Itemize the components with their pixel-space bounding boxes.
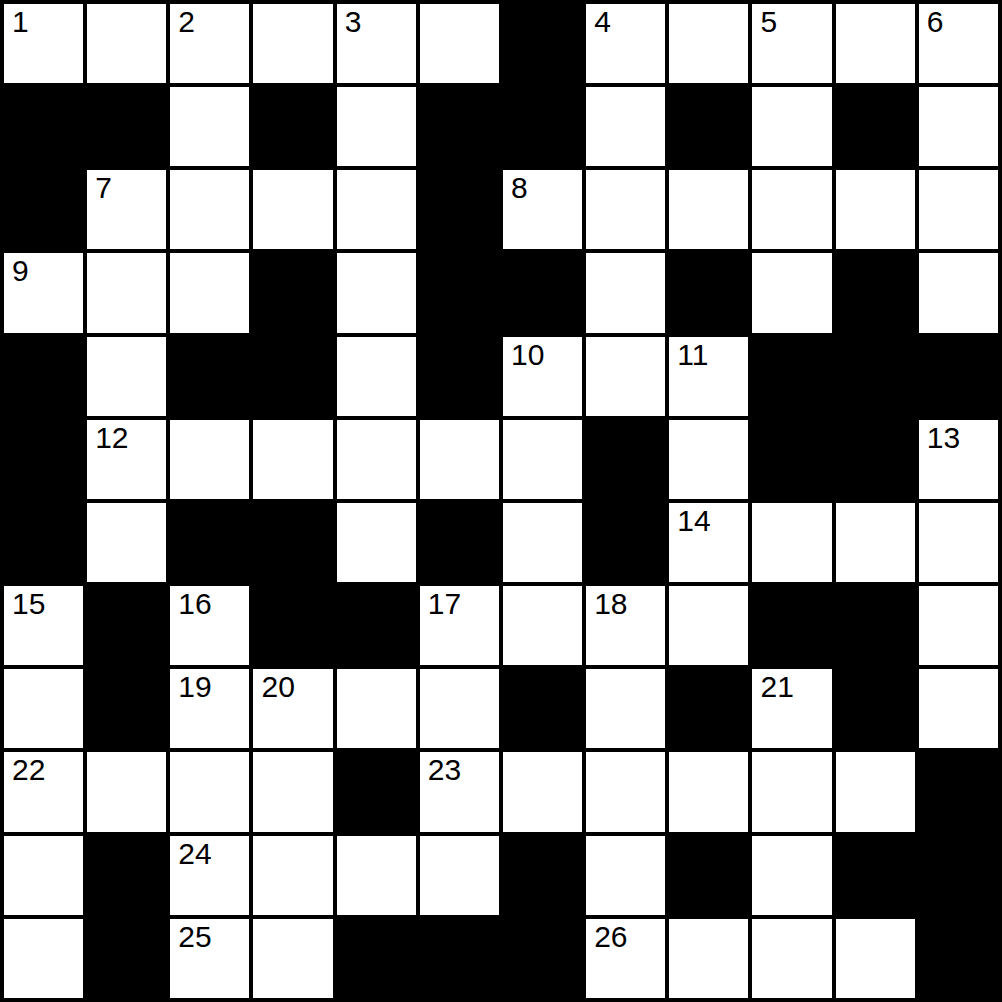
black-cell <box>420 503 499 582</box>
clue-number: 9 <box>12 256 29 286</box>
clue-number: 4 <box>594 7 611 37</box>
white-cell[interactable] <box>420 4 499 83</box>
white-cell[interactable]: 9 <box>4 253 83 332</box>
white-cell[interactable] <box>87 337 166 416</box>
white-cell[interactable] <box>4 669 83 748</box>
white-cell[interactable] <box>503 420 582 499</box>
white-cell[interactable]: 18 <box>586 586 665 665</box>
clue-number: 23 <box>428 755 461 785</box>
black-cell <box>420 253 499 332</box>
white-cell[interactable]: 2 <box>170 4 249 83</box>
white-cell[interactable] <box>170 170 249 249</box>
clue-number: 3 <box>345 7 362 37</box>
white-cell[interactable] <box>337 87 416 166</box>
white-cell[interactable]: 10 <box>503 337 582 416</box>
clue-number: 21 <box>760 672 793 702</box>
white-cell[interactable] <box>87 4 166 83</box>
white-cell[interactable] <box>669 4 748 83</box>
black-cell <box>337 919 416 998</box>
white-cell[interactable] <box>337 253 416 332</box>
white-cell[interactable] <box>4 919 83 998</box>
white-cell[interactable] <box>420 669 499 748</box>
clue-number: 5 <box>760 7 777 37</box>
white-cell[interactable] <box>669 170 748 249</box>
clue-number: 19 <box>178 672 211 702</box>
white-cell[interactable] <box>253 836 332 915</box>
black-cell <box>669 253 748 332</box>
white-cell[interactable] <box>503 586 582 665</box>
black-cell <box>919 919 998 998</box>
white-cell[interactable]: 11 <box>669 337 748 416</box>
clue-number: 15 <box>12 589 45 619</box>
black-cell <box>87 669 166 748</box>
black-cell <box>253 253 332 332</box>
white-cell[interactable] <box>337 420 416 499</box>
white-cell[interactable]: 14 <box>669 503 748 582</box>
white-cell[interactable]: 24 <box>170 836 249 915</box>
white-cell[interactable] <box>752 503 831 582</box>
clue-number: 20 <box>261 672 294 702</box>
white-cell[interactable] <box>669 420 748 499</box>
white-cell[interactable] <box>836 503 915 582</box>
clue-number: 11 <box>677 340 708 370</box>
white-cell[interactable] <box>919 503 998 582</box>
white-cell[interactable] <box>503 503 582 582</box>
white-cell[interactable] <box>919 253 998 332</box>
black-cell <box>253 87 332 166</box>
white-cell[interactable]: 15 <box>4 586 83 665</box>
clue-number: 26 <box>594 922 627 952</box>
white-cell[interactable] <box>752 170 831 249</box>
black-cell <box>87 87 166 166</box>
white-cell[interactable] <box>170 752 249 831</box>
white-cell[interactable] <box>752 752 831 831</box>
white-cell[interactable] <box>586 669 665 748</box>
white-cell[interactable]: 5 <box>752 4 831 83</box>
black-cell <box>836 253 915 332</box>
white-cell[interactable] <box>420 836 499 915</box>
white-cell[interactable] <box>87 503 166 582</box>
white-cell[interactable] <box>337 337 416 416</box>
white-cell[interactable] <box>586 253 665 332</box>
white-cell[interactable] <box>87 752 166 831</box>
clue-number: 14 <box>677 506 710 536</box>
black-cell <box>669 836 748 915</box>
white-cell[interactable]: 13 <box>919 420 998 499</box>
white-cell[interactable] <box>752 87 831 166</box>
clue-number: 7 <box>95 173 112 203</box>
white-cell[interactable] <box>919 586 998 665</box>
black-cell <box>420 919 499 998</box>
clue-number: 6 <box>927 7 944 37</box>
clue-number: 2 <box>178 7 195 37</box>
black-cell <box>836 586 915 665</box>
black-cell <box>253 337 332 416</box>
black-cell <box>836 420 915 499</box>
white-cell[interactable] <box>752 253 831 332</box>
white-cell[interactable] <box>919 87 998 166</box>
white-cell[interactable]: 20 <box>253 669 332 748</box>
white-cell[interactable]: 22 <box>4 752 83 831</box>
black-cell <box>919 752 998 831</box>
white-cell[interactable] <box>586 337 665 416</box>
black-cell <box>836 836 915 915</box>
black-cell <box>337 752 416 831</box>
black-cell <box>836 337 915 416</box>
white-cell[interactable] <box>253 919 332 998</box>
clue-number: 25 <box>178 922 211 952</box>
black-cell <box>420 170 499 249</box>
black-cell <box>4 503 83 582</box>
black-cell <box>4 170 83 249</box>
white-cell[interactable] <box>337 503 416 582</box>
white-cell[interactable] <box>253 4 332 83</box>
clue-number: 12 <box>95 423 128 453</box>
white-cell[interactable]: 4 <box>586 4 665 83</box>
white-cell[interactable] <box>669 586 748 665</box>
white-cell[interactable] <box>170 420 249 499</box>
white-cell[interactable] <box>253 752 332 831</box>
black-cell <box>752 586 831 665</box>
white-cell[interactable] <box>919 170 998 249</box>
clue-number: 24 <box>178 839 211 869</box>
white-cell[interactable] <box>836 752 915 831</box>
white-cell[interactable]: 16 <box>170 586 249 665</box>
black-cell <box>87 919 166 998</box>
white-cell[interactable] <box>337 170 416 249</box>
white-cell[interactable] <box>170 253 249 332</box>
white-cell[interactable] <box>253 170 332 249</box>
white-cell[interactable] <box>87 253 166 332</box>
clue-number: 1 <box>12 7 29 37</box>
white-cell[interactable]: 26 <box>586 919 665 998</box>
black-cell <box>253 586 332 665</box>
crossword-grid: 1234567891011121314151617181920212223242… <box>0 0 1002 1002</box>
white-cell[interactable]: 17 <box>420 586 499 665</box>
white-cell[interactable] <box>586 836 665 915</box>
white-cell[interactable]: 25 <box>170 919 249 998</box>
white-cell[interactable] <box>253 420 332 499</box>
white-cell[interactable] <box>752 836 831 915</box>
black-cell <box>836 87 915 166</box>
black-cell <box>503 87 582 166</box>
white-cell[interactable] <box>503 752 582 831</box>
black-cell <box>503 253 582 332</box>
black-cell <box>4 420 83 499</box>
black-cell <box>919 836 998 915</box>
clue-number: 22 <box>12 755 45 785</box>
black-cell <box>752 337 831 416</box>
black-cell <box>503 919 582 998</box>
white-cell[interactable] <box>669 919 748 998</box>
white-cell[interactable] <box>337 836 416 915</box>
black-cell <box>87 586 166 665</box>
white-cell[interactable]: 23 <box>420 752 499 831</box>
white-cell[interactable] <box>836 4 915 83</box>
black-cell <box>669 87 748 166</box>
black-cell <box>170 503 249 582</box>
white-cell[interactable] <box>4 836 83 915</box>
clue-number: 8 <box>511 173 528 203</box>
black-cell <box>4 337 83 416</box>
white-cell[interactable]: 7 <box>87 170 166 249</box>
white-cell[interactable] <box>586 170 665 249</box>
black-cell <box>170 337 249 416</box>
black-cell <box>503 669 582 748</box>
black-cell <box>87 836 166 915</box>
white-cell[interactable]: 21 <box>752 669 831 748</box>
white-cell[interactable] <box>836 170 915 249</box>
black-cell <box>919 337 998 416</box>
white-cell[interactable]: 8 <box>503 170 582 249</box>
black-cell <box>420 87 499 166</box>
clue-number: 10 <box>511 340 544 370</box>
white-cell[interactable]: 6 <box>919 4 998 83</box>
white-cell[interactable]: 12 <box>87 420 166 499</box>
white-cell[interactable] <box>919 669 998 748</box>
black-cell <box>836 669 915 748</box>
clue-number: 16 <box>178 589 211 619</box>
black-cell <box>586 420 665 499</box>
white-cell[interactable] <box>586 752 665 831</box>
white-cell[interactable] <box>752 919 831 998</box>
clue-number: 17 <box>428 589 461 619</box>
black-cell <box>503 836 582 915</box>
white-cell[interactable] <box>586 87 665 166</box>
white-cell[interactable] <box>420 420 499 499</box>
white-cell[interactable]: 19 <box>170 669 249 748</box>
white-cell[interactable] <box>337 669 416 748</box>
black-cell <box>586 503 665 582</box>
black-cell <box>4 87 83 166</box>
black-cell <box>253 503 332 582</box>
white-cell[interactable]: 3 <box>337 4 416 83</box>
white-cell[interactable]: 1 <box>4 4 83 83</box>
black-cell <box>337 586 416 665</box>
white-cell[interactable] <box>669 752 748 831</box>
black-cell <box>503 4 582 83</box>
white-cell[interactable] <box>170 87 249 166</box>
black-cell <box>752 420 831 499</box>
white-cell[interactable] <box>836 919 915 998</box>
black-cell <box>669 669 748 748</box>
black-cell <box>420 337 499 416</box>
clue-number: 18 <box>594 589 627 619</box>
clue-number: 13 <box>927 423 960 453</box>
